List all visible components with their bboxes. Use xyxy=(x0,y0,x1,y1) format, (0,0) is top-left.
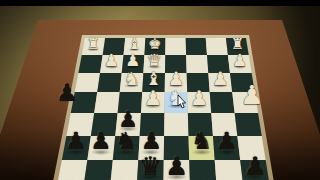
white-knight-f3[interactable]: ♞ xyxy=(123,69,140,88)
white-pawn-c4[interactable]: ♟ xyxy=(190,88,208,108)
captured-white-pawn: ♟ xyxy=(240,82,263,108)
black-rook-h8[interactable]: ♜ xyxy=(55,178,79,180)
white-bishop-f1[interactable]: ♝ xyxy=(128,37,141,52)
mouse-cursor xyxy=(177,95,187,109)
white-king-e1[interactable]: ♚ xyxy=(148,37,161,52)
white-rook-h1[interactable]: ♜ xyxy=(86,37,99,52)
white-pawn-g2[interactable]: ♟ xyxy=(104,52,119,69)
letterbox-bar-top xyxy=(0,0,320,6)
black-bishop-f8[interactable]: ♝ xyxy=(110,178,134,180)
white-rook-a1[interactable]: ♜ xyxy=(231,37,244,52)
black-pawn-d7[interactable]: ♟ xyxy=(165,154,188,180)
vignette-bottom-right xyxy=(265,130,320,180)
black-knight-f6[interactable]: ♞ xyxy=(115,131,136,155)
white-pawn-e4[interactable]: ♟ xyxy=(144,88,162,108)
black-knight-c6[interactable]: ♞ xyxy=(191,131,212,155)
chess-titans-scene: ♜♚♝♜♟♛♟♟♟♟♝♞♟♞♟♟♟♞♟♞♟♟♟♟♛♜♝♚♝♜♟♟ xyxy=(0,0,320,180)
black-pawn-b6[interactable]: ♟ xyxy=(216,131,237,155)
white-pawn-a2[interactable]: ♟ xyxy=(232,52,247,69)
black-pawn-g6[interactable]: ♟ xyxy=(90,131,111,155)
black-bishop-c8[interactable]: ♝ xyxy=(192,178,216,180)
black-pawn-h6[interactable]: ♟ xyxy=(65,131,86,155)
captured-black-pawn: ♟ xyxy=(56,81,78,105)
black-king-e8[interactable]: ♚ xyxy=(137,178,161,180)
white-pawn-b3[interactable]: ♟ xyxy=(212,69,229,88)
vignette-bottom-left xyxy=(0,130,55,180)
